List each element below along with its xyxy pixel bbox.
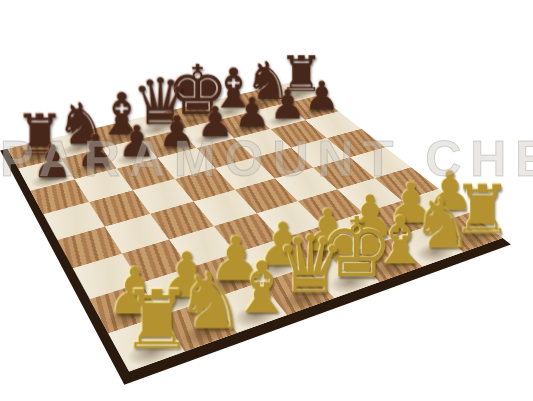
- piece-black-pawn: ♟: [304, 76, 339, 116]
- piece-black-pawn: ♟: [76, 129, 116, 173]
- piece-black-pawn: ♟: [118, 119, 157, 162]
- piece-white-rook: ♜: [121, 280, 193, 361]
- piece-black-pawn: ♟: [234, 92, 271, 133]
- piece-black-pawn: ♟: [32, 139, 73, 184]
- chess-set-photo: ♜♞♝♛♚♝♞♜♟♟♟♟♟♟♟♟♟♟♟♟♟♟♟♟♜♞♝♛♚♝♞♜ PARAMOU…: [0, 0, 533, 401]
- piece-black-pawn: ♟: [158, 110, 196, 153]
- piece-black-pawn: ♟: [197, 101, 234, 143]
- piece-black-pawn: ♟: [270, 84, 306, 124]
- square-a1: ♜: [108, 316, 184, 372]
- chess-board: ♜♞♝♛♚♝♞♜♟♟♟♟♟♟♟♟♟♟♟♟♟♟♟♟♜♞♝♛♚♝♞♜: [0, 80, 511, 384]
